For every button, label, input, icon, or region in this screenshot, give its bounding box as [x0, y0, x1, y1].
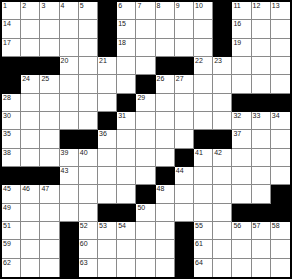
cell-r9c1[interactable]: 38 [2, 149, 21, 167]
cell-r1c7[interactable]: 6 [117, 2, 136, 20]
cell-r12c3[interactable] [40, 204, 59, 222]
cell-r5c15[interactable] [271, 75, 290, 93]
cell-r3c7[interactable]: 18 [117, 39, 136, 57]
cell-r2c7[interactable]: 15 [117, 20, 136, 38]
cell-r13c15[interactable]: 58 [271, 222, 290, 240]
clue-number-15: 15 [118, 20, 126, 28]
cell-r15c3[interactable] [40, 259, 59, 277]
cell-r3c13[interactable]: 19 [232, 39, 251, 57]
cell-r6c6[interactable] [98, 94, 117, 112]
cell-r6c9[interactable] [156, 94, 175, 112]
cell-r15c12[interactable] [213, 259, 232, 277]
cell-r7c5[interactable] [79, 112, 98, 130]
cell-r1c3[interactable]: 3 [40, 2, 59, 20]
cell-r6c5[interactable] [79, 94, 98, 112]
cell-r4c4[interactable]: 20 [60, 57, 79, 75]
clue-number-60: 60 [80, 240, 88, 248]
cell-r14c9[interactable] [156, 240, 175, 258]
cell-r1c8[interactable]: 7 [136, 2, 155, 20]
clue-number-21: 21 [99, 57, 107, 65]
clue-number-40: 40 [80, 149, 88, 157]
cell-r12c1[interactable]: 49 [2, 204, 21, 222]
cell-r14c15[interactable] [271, 240, 290, 258]
cell-r14c3[interactable] [40, 240, 59, 258]
clue-number-2: 2 [22, 2, 26, 10]
block-r10c2 [21, 167, 40, 185]
clue-number-27: 27 [176, 75, 184, 83]
cell-r5c9[interactable]: 26 [156, 75, 175, 93]
clue-number-35: 35 [3, 130, 11, 138]
cell-r7c14[interactable]: 33 [252, 112, 271, 130]
cell-r8c13[interactable]: 37 [232, 130, 251, 148]
cell-r15c6[interactable] [98, 259, 117, 277]
clue-number-26: 26 [157, 75, 165, 83]
cell-r5c6[interactable] [98, 75, 117, 93]
cell-r10c15[interactable] [271, 167, 290, 185]
clue-number-36: 36 [99, 130, 107, 138]
clue-number-13: 13 [272, 2, 280, 10]
cell-r13c7[interactable]: 54 [117, 222, 136, 240]
block-r3c6 [98, 39, 117, 57]
cell-r15c11[interactable]: 64 [194, 259, 213, 277]
cell-r9c13[interactable] [232, 149, 251, 167]
block-r8c11 [194, 130, 213, 148]
block-r12c15 [271, 204, 290, 222]
cell-r10c5[interactable] [79, 167, 98, 185]
clue-number-57: 57 [253, 222, 261, 230]
cell-r14c2[interactable] [21, 240, 40, 258]
cell-r10c4[interactable]: 43 [60, 167, 79, 185]
cell-r12c5[interactable] [79, 204, 98, 222]
cell-r14c6[interactable] [98, 240, 117, 258]
clue-number-16: 16 [233, 20, 241, 28]
cell-r1c15[interactable]: 13 [271, 2, 290, 20]
clue-number-24: 24 [22, 75, 30, 83]
cell-r4c14[interactable] [252, 57, 271, 75]
clue-number-5: 5 [80, 2, 84, 10]
cell-r10c12[interactable] [213, 167, 232, 185]
cell-r6c11[interactable] [194, 94, 213, 112]
cell-r9c14[interactable] [252, 149, 271, 167]
cell-r5c4[interactable] [60, 75, 79, 93]
cell-r8c7[interactable] [117, 130, 136, 148]
cell-r8c8[interactable] [136, 130, 155, 148]
cell-r13c3[interactable] [40, 222, 59, 240]
cell-r13c9[interactable] [156, 222, 175, 240]
cell-r1c5[interactable]: 5 [79, 2, 98, 20]
clue-number-22: 22 [195, 57, 203, 65]
cell-r14c13[interactable] [232, 240, 251, 258]
cell-r9c7[interactable] [117, 149, 136, 167]
cell-r3c4[interactable] [60, 39, 79, 57]
cell-r1c14[interactable]: 12 [252, 2, 271, 20]
cell-r1c11[interactable]: 10 [194, 2, 213, 20]
cell-r4c7[interactable] [117, 57, 136, 75]
clue-number-52: 52 [80, 222, 88, 230]
cell-r11c12[interactable] [213, 185, 232, 203]
clue-number-19: 19 [233, 39, 241, 47]
cell-r7c1[interactable]: 30 [2, 112, 21, 130]
clue-number-47: 47 [41, 185, 49, 193]
cell-r10c8[interactable] [136, 167, 155, 185]
clue-number-10: 10 [195, 2, 203, 10]
cell-r7c12[interactable] [213, 112, 232, 130]
cell-r12c9[interactable] [156, 204, 175, 222]
clue-number-38: 38 [3, 149, 11, 157]
clue-number-37: 37 [233, 130, 241, 138]
cell-r14c1[interactable]: 59 [2, 240, 21, 258]
block-r2c6 [98, 20, 117, 38]
cell-r1c4[interactable]: 4 [60, 2, 79, 20]
cell-r7c11[interactable] [194, 112, 213, 130]
block-r8c12 [213, 130, 232, 148]
cell-r6c3[interactable] [40, 94, 59, 112]
cell-r5c5[interactable] [79, 75, 98, 93]
cell-r4c8[interactable] [136, 57, 155, 75]
cell-r13c13[interactable]: 56 [232, 222, 251, 240]
clue-number-17: 17 [3, 39, 11, 47]
cell-r15c9[interactable] [156, 259, 175, 277]
clue-number-11: 11 [233, 2, 240, 10]
clue-number-61: 61 [195, 240, 203, 248]
cell-r13c14[interactable]: 57 [252, 222, 271, 240]
cell-r5c13[interactable] [232, 75, 251, 93]
cell-r15c7[interactable] [117, 259, 136, 277]
cell-r12c8[interactable]: 50 [136, 204, 155, 222]
cell-r15c13[interactable] [232, 259, 251, 277]
cell-r8c14[interactable] [252, 130, 271, 148]
cell-r12c11[interactable] [194, 204, 213, 222]
block-r4c10 [175, 57, 194, 75]
block-r15c10 [175, 259, 194, 277]
cell-r14c14[interactable] [252, 240, 271, 258]
cell-r5c11[interactable] [194, 75, 213, 93]
cell-r14c11[interactable]: 61 [194, 240, 213, 258]
cell-r11c5[interactable] [79, 185, 98, 203]
block-r4c3 [40, 57, 59, 75]
cell-r5c3[interactable]: 25 [40, 75, 59, 93]
cell-r10c14[interactable] [252, 167, 271, 185]
block-r13c10 [175, 222, 194, 240]
cell-r1c9[interactable]: 8 [156, 2, 175, 20]
cell-r8c1[interactable]: 35 [2, 130, 21, 148]
block-r5c8 [136, 75, 155, 93]
cell-r2c1[interactable]: 14 [2, 20, 21, 38]
cell-r9c8[interactable] [136, 149, 155, 167]
cell-r12c10[interactable] [175, 204, 194, 222]
clue-number-51: 51 [3, 222, 11, 230]
cell-r3c10[interactable] [175, 39, 194, 57]
cell-r9c9[interactable] [156, 149, 175, 167]
cell-r3c2[interactable] [21, 39, 40, 57]
clue-number-42: 42 [214, 149, 222, 157]
cell-r13c12[interactable] [213, 222, 232, 240]
clue-number-50: 50 [137, 204, 145, 212]
cell-r2c2[interactable] [21, 20, 40, 38]
cell-r13c1[interactable]: 51 [2, 222, 21, 240]
cell-r11c9[interactable]: 48 [156, 185, 175, 203]
clue-number-48: 48 [157, 185, 165, 193]
cell-r15c15[interactable] [271, 259, 290, 277]
block-r13c4 [60, 222, 79, 240]
clue-number-39: 39 [61, 149, 69, 157]
cell-r5c10[interactable]: 27 [175, 75, 194, 93]
clue-number-18: 18 [118, 39, 126, 47]
block-r10c9 [156, 167, 175, 185]
cell-r6c10[interactable] [175, 94, 194, 112]
clue-number-56: 56 [233, 222, 241, 230]
cell-r7c3[interactable] [40, 112, 59, 130]
cell-r11c10[interactable] [175, 185, 194, 203]
block-r1c6 [98, 2, 117, 20]
cell-r11c3[interactable]: 47 [40, 185, 59, 203]
clue-number-14: 14 [3, 20, 11, 28]
block-r11c8 [136, 185, 155, 203]
cell-r13c6[interactable]: 53 [98, 222, 117, 240]
cell-r2c9[interactable] [156, 20, 175, 38]
clue-number-33: 33 [253, 112, 261, 120]
cell-r9c2[interactable] [21, 149, 40, 167]
cell-r15c1[interactable]: 62 [2, 259, 21, 277]
cell-r11c7[interactable] [117, 185, 136, 203]
clue-number-41: 41 [195, 149, 203, 157]
cell-r3c15[interactable] [271, 39, 290, 57]
cell-r2c10[interactable] [175, 20, 194, 38]
clue-number-49: 49 [3, 204, 11, 212]
cell-r9c15[interactable] [271, 149, 290, 167]
cell-r2c15[interactable] [271, 20, 290, 38]
cell-r11c13[interactable] [232, 185, 251, 203]
block-r15c4 [60, 259, 79, 277]
clue-number-9: 9 [176, 2, 180, 10]
clue-number-63: 63 [80, 259, 88, 267]
cell-r14c12[interactable] [213, 240, 232, 258]
cell-r7c8[interactable] [136, 112, 155, 130]
cell-r4c11[interactable]: 22 [194, 57, 213, 75]
cell-r14c5[interactable]: 60 [79, 240, 98, 258]
cell-r11c4[interactable] [60, 185, 79, 203]
cell-r10c7[interactable] [117, 167, 136, 185]
cell-r3c11[interactable] [194, 39, 213, 57]
cell-r1c10[interactable]: 9 [175, 2, 194, 20]
cell-r14c8[interactable] [136, 240, 155, 258]
cell-r11c11[interactable] [194, 185, 213, 203]
block-r14c4 [60, 240, 79, 258]
block-r12c6 [98, 204, 117, 222]
cell-r7c13[interactable]: 32 [232, 112, 251, 130]
cell-r10c13[interactable] [232, 167, 251, 185]
cell-r3c1[interactable]: 17 [2, 39, 21, 57]
cell-r9c12[interactable]: 42 [213, 149, 232, 167]
cell-r2c3[interactable] [40, 20, 59, 38]
clue-number-58: 58 [272, 222, 280, 230]
block-r7c6 [98, 112, 117, 130]
cell-r12c4[interactable] [60, 204, 79, 222]
cell-r2c11[interactable] [194, 20, 213, 38]
block-r5c1 [2, 75, 21, 93]
clue-number-54: 54 [118, 222, 126, 230]
cell-r7c2[interactable] [21, 112, 40, 130]
cell-r15c5[interactable]: 63 [79, 259, 98, 277]
cell-r7c15[interactable]: 34 [271, 112, 290, 130]
block-r14c10 [175, 240, 194, 258]
clue-number-44: 44 [176, 167, 184, 175]
clue-number-46: 46 [22, 185, 30, 193]
cell-r6c12[interactable] [213, 94, 232, 112]
clue-number-34: 34 [272, 112, 280, 120]
cell-r10c6[interactable] [98, 167, 117, 185]
cell-r8c10[interactable] [175, 130, 194, 148]
cell-r13c11[interactable]: 55 [194, 222, 213, 240]
cell-r9c5[interactable]: 40 [79, 149, 98, 167]
cell-r7c9[interactable] [156, 112, 175, 130]
cell-r9c11[interactable]: 41 [194, 149, 213, 167]
cell-r15c8[interactable] [136, 259, 155, 277]
cell-r5c2[interactable]: 24 [21, 75, 40, 93]
block-r12c14 [252, 204, 271, 222]
block-r1c12 [213, 2, 232, 20]
cell-r9c3[interactable] [40, 149, 59, 167]
cell-r12c12[interactable] [213, 204, 232, 222]
block-r3c12 [213, 39, 232, 57]
clue-number-3: 3 [41, 2, 45, 10]
cell-r5c7[interactable] [117, 75, 136, 93]
cell-r15c14[interactable] [252, 259, 271, 277]
cell-r7c10[interactable] [175, 112, 194, 130]
cell-r4c6[interactable]: 21 [98, 57, 117, 75]
cell-r3c5[interactable] [79, 39, 98, 57]
cell-r8c3[interactable] [40, 130, 59, 148]
cell-r4c13[interactable] [232, 57, 251, 75]
cell-r13c5[interactable]: 52 [79, 222, 98, 240]
cell-r6c8[interactable]: 29 [136, 94, 155, 112]
cell-r3c14[interactable] [252, 39, 271, 57]
cell-r2c13[interactable]: 16 [232, 20, 251, 38]
block-r6c13 [232, 94, 251, 112]
clue-number-64: 64 [195, 259, 203, 267]
block-r4c9 [156, 57, 175, 75]
clue-number-23: 23 [214, 57, 222, 65]
block-r10c1 [2, 167, 21, 185]
clue-number-43: 43 [61, 167, 69, 175]
clue-number-8: 8 [157, 2, 161, 10]
block-r11c15 [271, 185, 290, 203]
block-r12c13 [232, 204, 251, 222]
clue-number-29: 29 [137, 94, 145, 102]
cell-r15c2[interactable] [21, 259, 40, 277]
cell-r11c2[interactable]: 46 [21, 185, 40, 203]
clue-number-31: 31 [118, 112, 126, 120]
clue-number-20: 20 [61, 57, 69, 65]
clue-number-4: 4 [61, 2, 65, 10]
cell-r1c13[interactable]: 11 [232, 2, 251, 20]
cell-r8c2[interactable] [21, 130, 40, 148]
cell-r2c5[interactable] [79, 20, 98, 38]
block-r12c7 [117, 204, 136, 222]
cell-r1c1[interactable]: 1 [2, 2, 21, 20]
clue-number-62: 62 [3, 259, 11, 267]
cell-r3c8[interactable] [136, 39, 155, 57]
cell-r2c14[interactable] [252, 20, 271, 38]
cell-r11c1[interactable]: 45 [2, 185, 21, 203]
cell-r4c12[interactable]: 23 [213, 57, 232, 75]
cell-r6c4[interactable] [60, 94, 79, 112]
clue-number-55: 55 [195, 222, 203, 230]
clue-number-30: 30 [3, 112, 11, 120]
cell-r7c4[interactable] [60, 112, 79, 130]
cell-r5c12[interactable] [213, 75, 232, 93]
cell-r8c6[interactable]: 36 [98, 130, 117, 148]
block-r4c2 [21, 57, 40, 75]
block-r6c7 [117, 94, 136, 112]
cell-r7c7[interactable]: 31 [117, 112, 136, 130]
block-r8c5 [79, 130, 98, 148]
cell-r13c2[interactable] [21, 222, 40, 240]
clue-number-12: 12 [253, 2, 261, 10]
block-r4c1 [2, 57, 21, 75]
cell-r2c8[interactable] [136, 20, 155, 38]
cell-r3c3[interactable] [40, 39, 59, 57]
clue-number-32: 32 [233, 112, 241, 120]
block-r6c15 [271, 94, 290, 112]
cell-r13c8[interactable] [136, 222, 155, 240]
block-r6c14 [252, 94, 271, 112]
clue-number-45: 45 [3, 185, 11, 193]
block-r9c10 [175, 149, 194, 167]
cell-r10c11[interactable] [194, 167, 213, 185]
clue-number-25: 25 [41, 75, 49, 83]
cell-r4c15[interactable] [271, 57, 290, 75]
block-r8c4 [60, 130, 79, 148]
cell-r3c9[interactable] [156, 39, 175, 57]
cell-r5c14[interactable] [252, 75, 271, 93]
cell-r1c2[interactable]: 2 [21, 2, 40, 20]
cell-r2c4[interactable] [60, 20, 79, 38]
cell-r8c9[interactable] [156, 130, 175, 148]
block-r2c12 [213, 20, 232, 38]
cell-r9c4[interactable]: 39 [60, 149, 79, 167]
cell-r11c14[interactable] [252, 185, 271, 203]
cell-r6c1[interactable]: 28 [2, 94, 21, 112]
clue-number-7: 7 [137, 2, 141, 10]
cell-r8c15[interactable] [271, 130, 290, 148]
cell-r12c2[interactable] [21, 204, 40, 222]
cell-r4c5[interactable] [79, 57, 98, 75]
clue-number-59: 59 [3, 240, 11, 248]
cell-r6c2[interactable] [21, 94, 40, 112]
cell-r9c6[interactable] [98, 149, 117, 167]
cell-r11c6[interactable] [98, 185, 117, 203]
block-r10c3 [40, 167, 59, 185]
clue-number-1: 1 [3, 2, 7, 10]
cell-r10c10[interactable]: 44 [175, 167, 194, 185]
clue-number-6: 6 [118, 2, 122, 10]
clue-number-28: 28 [3, 94, 11, 102]
clue-number-53: 53 [99, 222, 107, 230]
cell-r14c7[interactable] [117, 240, 136, 258]
crossword-grid: 1234567891011121314151617181920212223242… [0, 0, 292, 279]
